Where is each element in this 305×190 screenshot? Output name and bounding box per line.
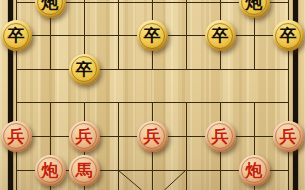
black-soldier-glyph: 卒 <box>144 27 161 44</box>
black-soldier[interactable]: 卒 <box>273 20 304 51</box>
black-soldier[interactable]: 卒 <box>1 20 32 51</box>
red-cannon[interactable]: 炮 <box>35 155 66 186</box>
black-soldier[interactable]: 卒 <box>69 54 100 85</box>
xiangqi-board[interactable]: 炮炮卒卒卒卒卒兵兵兵兵兵炮馬炮 <box>0 0 305 190</box>
black-cannon[interactable]: 炮 <box>35 0 66 18</box>
red-soldier[interactable]: 兵 <box>205 121 236 152</box>
red-cannon-glyph: 炮 <box>246 161 263 178</box>
red-soldier-glyph: 兵 <box>212 127 229 144</box>
red-soldier[interactable]: 兵 <box>69 121 100 152</box>
red-soldier-glyph: 兵 <box>76 127 93 144</box>
red-soldier[interactable]: 兵 <box>273 121 304 152</box>
red-horse[interactable]: 馬 <box>69 155 100 186</box>
black-cannon-glyph: 炮 <box>246 0 263 10</box>
black-soldier-glyph: 卒 <box>212 27 229 44</box>
black-cannon[interactable]: 炮 <box>239 0 270 18</box>
black-soldier-glyph: 卒 <box>8 27 25 44</box>
red-soldier-glyph: 兵 <box>8 127 25 144</box>
red-soldier-glyph: 兵 <box>144 127 161 144</box>
black-cannon-glyph: 炮 <box>42 0 59 10</box>
black-soldier[interactable]: 卒 <box>205 20 236 51</box>
black-soldier-glyph: 卒 <box>280 27 297 44</box>
pieces-layer: 炮炮卒卒卒卒卒兵兵兵兵兵炮馬炮 <box>0 0 305 190</box>
black-soldier[interactable]: 卒 <box>137 20 168 51</box>
red-cannon-glyph: 炮 <box>42 161 59 178</box>
red-cannon[interactable]: 炮 <box>239 155 270 186</box>
red-soldier[interactable]: 兵 <box>137 121 168 152</box>
red-soldier[interactable]: 兵 <box>1 121 32 152</box>
red-horse-glyph: 馬 <box>76 161 93 178</box>
black-soldier-glyph: 卒 <box>76 60 93 77</box>
red-soldier-glyph: 兵 <box>280 127 297 144</box>
